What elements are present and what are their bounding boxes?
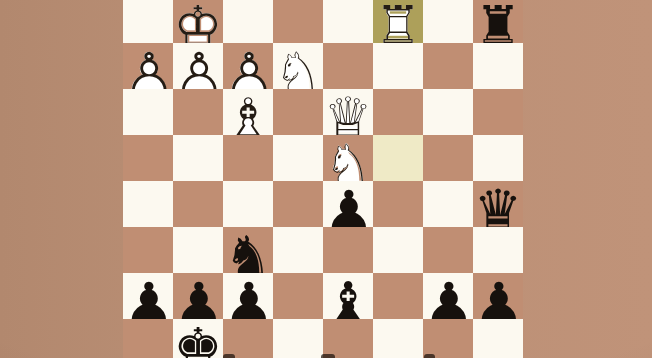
cropped-piece-top-1 [223, 354, 235, 358]
square-b1[interactable]: ♚ [173, 319, 223, 358]
square-e6[interactable]: ♛♕ [323, 89, 373, 135]
square-b7[interactable]: ♟♙ [173, 43, 223, 89]
square-c8[interactable] [223, 0, 273, 43]
square-f6[interactable] [373, 89, 423, 135]
square-h4[interactable]: ♛ [473, 181, 523, 227]
square-e4[interactable]: ♟ [323, 181, 373, 227]
square-c2[interactable]: ♟ [223, 273, 273, 319]
black-king-glyph: ♚ [173, 321, 222, 358]
chess-board: ♚♔♜♖♜♟♙♟♙♟♙♞♘♝♗♛♕♞♘♟♛♞♟♟♟♝♟♟♚ [123, 0, 523, 358]
square-b8[interactable]: ♚♔ [173, 0, 223, 43]
square-f2[interactable] [373, 273, 423, 319]
square-a7[interactable]: ♟♙ [123, 43, 173, 89]
square-c6[interactable]: ♝♗ [223, 89, 273, 135]
square-c1[interactable] [223, 319, 273, 358]
square-f4[interactable] [373, 181, 423, 227]
square-f1[interactable] [373, 319, 423, 358]
cropped-piece-top-2 [321, 354, 335, 358]
black-king-piece[interactable]: ♚ [173, 321, 222, 358]
square-f5[interactable] [373, 135, 423, 181]
square-g7[interactable] [423, 43, 473, 89]
square-c3[interactable]: ♞ [223, 227, 273, 273]
square-g4[interactable] [423, 181, 473, 227]
square-b3[interactable] [173, 227, 223, 273]
square-a2[interactable]: ♟ [123, 273, 173, 319]
square-c4[interactable] [223, 181, 273, 227]
square-e3[interactable] [323, 227, 373, 273]
square-f7[interactable] [373, 43, 423, 89]
square-a5[interactable] [123, 135, 173, 181]
square-c5[interactable] [223, 135, 273, 181]
square-h8[interactable]: ♜ [473, 0, 523, 43]
square-a8[interactable] [123, 0, 173, 43]
cropped-piece-top-3 [424, 354, 435, 358]
square-b4[interactable] [173, 181, 223, 227]
square-e7[interactable] [323, 43, 373, 89]
square-d8[interactable] [273, 0, 323, 43]
square-b2[interactable]: ♟ [173, 273, 223, 319]
square-g1[interactable] [423, 319, 473, 358]
square-g5[interactable] [423, 135, 473, 181]
square-a1[interactable] [123, 319, 173, 358]
square-h3[interactable] [473, 227, 523, 273]
square-e5[interactable]: ♞♘ [323, 135, 373, 181]
square-a6[interactable] [123, 89, 173, 135]
square-h6[interactable] [473, 89, 523, 135]
square-g6[interactable] [423, 89, 473, 135]
square-d7[interactable]: ♞♘ [273, 43, 323, 89]
square-e8[interactable] [323, 0, 373, 43]
square-f3[interactable] [373, 227, 423, 273]
square-b6[interactable] [173, 89, 223, 135]
square-d1[interactable] [273, 319, 323, 358]
square-a3[interactable] [123, 227, 173, 273]
square-d4[interactable] [273, 181, 323, 227]
square-g2[interactable]: ♟ [423, 273, 473, 319]
square-h5[interactable] [473, 135, 523, 181]
square-b5[interactable] [173, 135, 223, 181]
square-h2[interactable]: ♟ [473, 273, 523, 319]
square-g8[interactable] [423, 0, 473, 43]
square-e1[interactable] [323, 319, 373, 358]
square-d6[interactable] [273, 89, 323, 135]
square-d5[interactable] [273, 135, 323, 181]
square-e2[interactable]: ♝ [323, 273, 373, 319]
square-d3[interactable] [273, 227, 323, 273]
square-a4[interactable] [123, 181, 173, 227]
square-g3[interactable] [423, 227, 473, 273]
square-c7[interactable]: ♟♙ [223, 43, 273, 89]
chess-app-screenshot: ♚♔♜♖♜♟♙♟♙♟♙♞♘♝♗♛♕♞♘♟♛♞♟♟♟♝♟♟♚ [0, 0, 652, 358]
square-f8[interactable]: ♜♖ [373, 0, 423, 43]
square-h7[interactable] [473, 43, 523, 89]
square-h1[interactable] [473, 319, 523, 358]
square-d2[interactable] [273, 273, 323, 319]
